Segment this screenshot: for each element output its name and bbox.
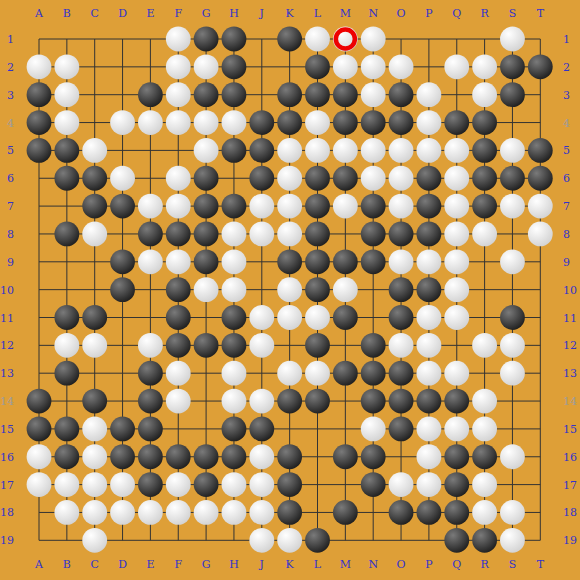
row-label-right-4: 4	[563, 117, 570, 130]
stone-white-K13[interactable]	[277, 361, 302, 386]
stone-black-H1[interactable]	[222, 27, 247, 52]
stone-white-G4[interactable]	[194, 110, 219, 135]
stone-black-O15[interactable]	[389, 417, 414, 442]
col-label-top-D: D	[118, 7, 127, 20]
stone-white-A16[interactable]	[27, 444, 52, 469]
row-label-right-15: 15	[563, 423, 577, 436]
stone-white-F4[interactable]	[166, 110, 191, 135]
stone-black-G17[interactable]	[194, 472, 219, 497]
stone-white-D17[interactable]	[110, 472, 135, 497]
stone-white-M10[interactable]	[333, 277, 358, 302]
col-label-bottom-G: G	[202, 558, 211, 571]
stone-black-E13[interactable]	[138, 361, 163, 386]
stone-black-L14[interactable]	[305, 389, 330, 414]
stone-white-H8[interactable]	[222, 222, 247, 247]
stone-black-S2[interactable]	[500, 54, 525, 79]
stone-black-H16[interactable]	[222, 444, 247, 469]
col-label-top-O: O	[397, 7, 406, 20]
stone-white-P12[interactable]	[417, 333, 442, 358]
stone-white-F6[interactable]	[166, 166, 191, 191]
row-label-right-19: 19	[563, 534, 577, 547]
col-label-bottom-K: K	[286, 558, 295, 571]
row-label-left-17: 17	[0, 479, 14, 492]
stone-white-K7[interactable]	[277, 194, 302, 219]
col-label-top-P: P	[425, 7, 433, 20]
col-label-bottom-L: L	[314, 558, 322, 571]
stone-white-P17[interactable]	[417, 472, 442, 497]
stone-black-P18[interactable]	[417, 500, 442, 525]
stone-black-L9[interactable]	[305, 249, 330, 274]
stone-black-N4[interactable]	[361, 110, 386, 135]
stone-white-F17[interactable]	[166, 472, 191, 497]
stone-black-N9[interactable]	[361, 249, 386, 274]
stone-black-R16[interactable]	[472, 444, 497, 469]
stone-black-H15[interactable]	[222, 417, 247, 442]
stone-white-T7[interactable]	[528, 194, 553, 219]
stone-black-K18[interactable]	[277, 500, 302, 525]
stone-white-R17[interactable]	[472, 472, 497, 497]
stone-white-Q2[interactable]	[444, 54, 469, 79]
stone-black-R5[interactable]	[472, 138, 497, 163]
stone-white-G18[interactable]	[194, 500, 219, 525]
stone-black-P7[interactable]	[417, 194, 442, 219]
stone-white-H18[interactable]	[222, 500, 247, 525]
stone-black-E15[interactable]	[138, 417, 163, 442]
stone-black-G16[interactable]	[194, 444, 219, 469]
stone-black-N16[interactable]	[361, 444, 386, 469]
stone-black-P14[interactable]	[417, 389, 442, 414]
stone-black-A15[interactable]	[27, 417, 52, 442]
stone-black-C7[interactable]	[82, 194, 107, 219]
stone-white-P4[interactable]	[417, 110, 442, 135]
stone-black-L7[interactable]	[305, 194, 330, 219]
row-label-right-13: 13	[563, 367, 577, 380]
stone-white-O2[interactable]	[389, 54, 414, 79]
stone-white-F13[interactable]	[166, 361, 191, 386]
stone-white-F18[interactable]	[166, 500, 191, 525]
stone-black-B13[interactable]	[54, 361, 79, 386]
stone-white-D4[interactable]	[110, 110, 135, 135]
stone-black-H2[interactable]	[222, 54, 247, 79]
stone-black-F11[interactable]	[166, 305, 191, 330]
col-label-bottom-D: D	[118, 558, 127, 571]
stone-black-K16[interactable]	[277, 444, 302, 469]
row-label-right-8: 8	[563, 228, 570, 241]
stone-white-C12[interactable]	[82, 333, 107, 358]
stone-white-K5[interactable]	[277, 138, 302, 163]
stone-white-K11[interactable]	[277, 305, 302, 330]
stone-white-N3[interactable]	[361, 82, 386, 107]
stone-white-Q7[interactable]	[444, 194, 469, 219]
stone-black-H5[interactable]	[222, 138, 247, 163]
stone-black-L8[interactable]	[305, 222, 330, 247]
stone-white-P11[interactable]	[417, 305, 442, 330]
stone-black-C14[interactable]	[82, 389, 107, 414]
col-label-bottom-P: P	[425, 558, 433, 571]
stone-white-E7[interactable]	[138, 194, 163, 219]
stone-black-O8[interactable]	[389, 222, 414, 247]
stone-white-B3[interactable]	[54, 82, 79, 107]
stone-white-S13[interactable]	[500, 361, 525, 386]
stone-black-F16[interactable]	[166, 444, 191, 469]
stone-black-K4[interactable]	[277, 110, 302, 135]
stone-black-Q19[interactable]	[444, 528, 469, 553]
stone-black-G3[interactable]	[194, 82, 219, 107]
stone-white-G10[interactable]	[194, 277, 219, 302]
stone-white-J12[interactable]	[249, 333, 274, 358]
stone-white-S9[interactable]	[500, 249, 525, 274]
stone-black-E16[interactable]	[138, 444, 163, 469]
stone-white-C18[interactable]	[82, 500, 107, 525]
row-label-right-11: 11	[563, 312, 577, 325]
col-label-bottom-B: B	[63, 558, 71, 571]
stone-white-L11[interactable]	[305, 305, 330, 330]
stone-black-O4[interactable]	[389, 110, 414, 135]
stone-black-S6[interactable]	[500, 166, 525, 191]
stone-black-N17[interactable]	[361, 472, 386, 497]
stone-white-F1[interactable]	[166, 27, 191, 52]
stone-white-H17[interactable]	[222, 472, 247, 497]
stone-black-B5[interactable]	[54, 138, 79, 163]
stone-white-S18[interactable]	[500, 500, 525, 525]
stone-black-R19[interactable]	[472, 528, 497, 553]
stone-white-A17[interactable]	[27, 472, 52, 497]
stone-black-Q16[interactable]	[444, 444, 469, 469]
stone-white-H9[interactable]	[222, 249, 247, 274]
row-label-left-10: 10	[0, 284, 14, 297]
stone-white-O12[interactable]	[389, 333, 414, 358]
row-label-left-8: 8	[7, 228, 14, 241]
col-label-top-J: J	[259, 7, 264, 20]
stone-black-M16[interactable]	[333, 444, 358, 469]
stone-black-P10[interactable]	[417, 277, 442, 302]
stone-white-C19[interactable]	[82, 528, 107, 553]
stone-black-O11[interactable]	[389, 305, 414, 330]
stone-white-J7[interactable]	[249, 194, 274, 219]
row-label-left-4: 4	[7, 117, 14, 130]
stone-black-L12[interactable]	[305, 333, 330, 358]
stone-white-P16[interactable]	[417, 444, 442, 469]
stone-white-S16[interactable]	[500, 444, 525, 469]
stone-black-K3[interactable]	[277, 82, 302, 107]
stone-black-M13[interactable]	[333, 361, 358, 386]
row-label-left-15: 15	[0, 423, 14, 436]
stone-white-F14[interactable]	[166, 389, 191, 414]
stone-white-R14[interactable]	[472, 389, 497, 414]
stone-black-K9[interactable]	[277, 249, 302, 274]
stone-black-F10[interactable]	[166, 277, 191, 302]
stone-black-M4[interactable]	[333, 110, 358, 135]
stone-white-O7[interactable]	[389, 194, 414, 219]
stone-white-S7[interactable]	[500, 194, 525, 219]
stone-white-C8[interactable]	[82, 222, 107, 247]
stone-white-J14[interactable]	[249, 389, 274, 414]
stone-black-D16[interactable]	[110, 444, 135, 469]
stone-white-L1[interactable]	[305, 27, 330, 52]
stone-black-B11[interactable]	[54, 305, 79, 330]
stone-white-L5[interactable]	[305, 138, 330, 163]
stone-white-M7[interactable]	[333, 194, 358, 219]
stone-white-F9[interactable]	[166, 249, 191, 274]
stone-black-N8[interactable]	[361, 222, 386, 247]
col-label-bottom-C: C	[90, 558, 98, 571]
stone-black-H11[interactable]	[222, 305, 247, 330]
col-label-bottom-A: A	[34, 558, 44, 571]
stone-black-E8[interactable]	[138, 222, 163, 247]
stone-black-N12[interactable]	[361, 333, 386, 358]
stone-white-E9[interactable]	[138, 249, 163, 274]
stone-black-T6[interactable]	[528, 166, 553, 191]
col-label-bottom-J: J	[259, 558, 264, 571]
row-label-left-19: 19	[0, 534, 14, 547]
stone-black-D7[interactable]	[110, 194, 135, 219]
stone-black-R4[interactable]	[472, 110, 497, 135]
stone-white-O9[interactable]	[389, 249, 414, 274]
stone-black-S3[interactable]	[500, 82, 525, 107]
stone-white-J18[interactable]	[249, 500, 274, 525]
col-label-top-G: G	[202, 7, 211, 20]
stone-black-Q17[interactable]	[444, 472, 469, 497]
stone-black-L2[interactable]	[305, 54, 330, 79]
row-label-right-10: 10	[563, 284, 577, 297]
go-board[interactable]: AABBCCDDEEFFGGHHJJKKLLMMNNOOPPQQRRSSTT11…	[0, 0, 580, 580]
stone-white-K10[interactable]	[277, 277, 302, 302]
stone-white-N5[interactable]	[361, 138, 386, 163]
stone-white-M5[interactable]	[333, 138, 358, 163]
stone-white-Q6[interactable]	[444, 166, 469, 191]
stone-black-M9[interactable]	[333, 249, 358, 274]
stone-white-B18[interactable]	[54, 500, 79, 525]
stone-white-Q8[interactable]	[444, 222, 469, 247]
stone-black-L10[interactable]	[305, 277, 330, 302]
stone-white-D18[interactable]	[110, 500, 135, 525]
stone-white-E18[interactable]	[138, 500, 163, 525]
stone-white-C17[interactable]	[82, 472, 107, 497]
col-label-bottom-R: R	[480, 558, 489, 571]
row-label-left-11: 11	[0, 312, 14, 325]
stone-black-A4[interactable]	[27, 110, 52, 135]
col-label-bottom-H: H	[229, 558, 239, 571]
stone-white-C16[interactable]	[82, 444, 107, 469]
stone-black-A5[interactable]	[27, 138, 52, 163]
stone-black-R7[interactable]	[472, 194, 497, 219]
stone-black-Q18[interactable]	[444, 500, 469, 525]
stone-black-L19[interactable]	[305, 528, 330, 553]
stone-white-N2[interactable]	[361, 54, 386, 79]
stone-black-G1[interactable]	[194, 27, 219, 52]
stone-white-H10[interactable]	[222, 277, 247, 302]
stone-white-R2[interactable]	[472, 54, 497, 79]
stone-white-H4[interactable]	[222, 110, 247, 135]
stone-white-D6[interactable]	[110, 166, 135, 191]
stone-black-G12[interactable]	[194, 333, 219, 358]
stone-white-P15[interactable]	[417, 417, 442, 442]
stone-white-G5[interactable]	[194, 138, 219, 163]
stone-black-J5[interactable]	[249, 138, 274, 163]
stone-white-O6[interactable]	[389, 166, 414, 191]
stone-white-J16[interactable]	[249, 444, 274, 469]
stone-white-K19[interactable]	[277, 528, 302, 553]
stone-white-B2[interactable]	[54, 54, 79, 79]
stone-white-O17[interactable]	[389, 472, 414, 497]
stone-black-G9[interactable]	[194, 249, 219, 274]
stone-black-Q14[interactable]	[444, 389, 469, 414]
stone-white-O5[interactable]	[389, 138, 414, 163]
stone-black-P8[interactable]	[417, 222, 442, 247]
stone-black-R6[interactable]	[472, 166, 497, 191]
stone-black-O3[interactable]	[389, 82, 414, 107]
stone-black-L6[interactable]	[305, 166, 330, 191]
stone-black-K1[interactable]	[277, 27, 302, 52]
stone-black-B16[interactable]	[54, 444, 79, 469]
stone-black-D10[interactable]	[110, 277, 135, 302]
row-label-right-14: 14	[563, 395, 577, 408]
col-label-bottom-F: F	[174, 558, 182, 571]
stone-black-H12[interactable]	[222, 333, 247, 358]
stone-black-J6[interactable]	[249, 166, 274, 191]
stone-black-J4[interactable]	[249, 110, 274, 135]
stone-black-S11[interactable]	[500, 305, 525, 330]
row-label-right-5: 5	[563, 144, 570, 157]
stone-white-R15[interactable]	[472, 417, 497, 442]
stone-black-Q4[interactable]	[444, 110, 469, 135]
stone-white-P9[interactable]	[417, 249, 442, 274]
stone-black-M11[interactable]	[333, 305, 358, 330]
stone-black-F8[interactable]	[166, 222, 191, 247]
stone-white-T8[interactable]	[528, 222, 553, 247]
board-grid[interactable]: AABBCCDDEEFFGGHHJJKKLLMMNNOOPPQQRRSSTT11…	[0, 0, 580, 580]
stone-black-M3[interactable]	[333, 82, 358, 107]
stone-white-E12[interactable]	[138, 333, 163, 358]
stone-black-D15[interactable]	[110, 417, 135, 442]
stone-black-K17[interactable]	[277, 472, 302, 497]
row-label-left-6: 6	[7, 172, 14, 185]
stone-black-D9[interactable]	[110, 249, 135, 274]
stone-white-G2[interactable]	[194, 54, 219, 79]
row-label-left-9: 9	[7, 256, 14, 269]
stone-white-S5[interactable]	[500, 138, 525, 163]
row-label-right-2: 2	[563, 61, 570, 74]
stone-white-R12[interactable]	[472, 333, 497, 358]
stone-black-O10[interactable]	[389, 277, 414, 302]
stone-black-E17[interactable]	[138, 472, 163, 497]
stone-white-L4[interactable]	[305, 110, 330, 135]
stone-black-A14[interactable]	[27, 389, 52, 414]
stone-black-N13[interactable]	[361, 361, 386, 386]
stone-white-B4[interactable]	[54, 110, 79, 135]
stone-white-F3[interactable]	[166, 82, 191, 107]
stone-black-M6[interactable]	[333, 166, 358, 191]
stone-white-L13[interactable]	[305, 361, 330, 386]
stone-white-Q5[interactable]	[444, 138, 469, 163]
stone-white-E4[interactable]	[138, 110, 163, 135]
col-label-bottom-O: O	[397, 558, 406, 571]
stone-black-E14[interactable]	[138, 389, 163, 414]
stone-white-J11[interactable]	[249, 305, 274, 330]
stone-white-N6[interactable]	[361, 166, 386, 191]
row-label-right-7: 7	[563, 200, 570, 213]
stone-black-P6[interactable]	[417, 166, 442, 191]
stone-black-B8[interactable]	[54, 222, 79, 247]
stone-black-B15[interactable]	[54, 417, 79, 442]
stone-white-P5[interactable]	[417, 138, 442, 163]
stone-black-L3[interactable]	[305, 82, 330, 107]
stone-white-F2[interactable]	[166, 54, 191, 79]
stone-white-R18[interactable]	[472, 500, 497, 525]
row-label-left-7: 7	[7, 200, 14, 213]
stone-black-E3[interactable]	[138, 82, 163, 107]
stone-white-P13[interactable]	[417, 361, 442, 386]
stone-white-Q13[interactable]	[444, 361, 469, 386]
stone-white-B17[interactable]	[54, 472, 79, 497]
stone-white-S12[interactable]	[500, 333, 525, 358]
stone-white-B12[interactable]	[54, 333, 79, 358]
stone-white-H13[interactable]	[222, 361, 247, 386]
row-label-right-16: 16	[563, 451, 577, 464]
stone-white-R3[interactable]	[472, 82, 497, 107]
stone-black-G6[interactable]	[194, 166, 219, 191]
stone-black-G7[interactable]	[194, 194, 219, 219]
stone-white-P3[interactable]	[417, 82, 442, 107]
stone-white-M2[interactable]	[333, 54, 358, 79]
stone-white-S19[interactable]	[500, 528, 525, 553]
stone-white-N1[interactable]	[361, 27, 386, 52]
stone-black-A3[interactable]	[27, 82, 52, 107]
stone-black-B6[interactable]	[54, 166, 79, 191]
row-label-left-1: 1	[7, 33, 14, 46]
col-label-top-S: S	[509, 7, 517, 20]
col-label-bottom-Q: Q	[452, 558, 461, 571]
col-label-top-L: L	[314, 7, 322, 20]
stone-black-O13[interactable]	[389, 361, 414, 386]
stone-black-C11[interactable]	[82, 305, 107, 330]
stone-black-T5[interactable]	[528, 138, 553, 163]
stone-black-O14[interactable]	[389, 389, 414, 414]
stone-white-A2[interactable]	[27, 54, 52, 79]
stone-white-Q10[interactable]	[444, 277, 469, 302]
stone-black-N7[interactable]	[361, 194, 386, 219]
stone-black-K14[interactable]	[277, 389, 302, 414]
stone-white-J17[interactable]	[249, 472, 274, 497]
stone-white-K6[interactable]	[277, 166, 302, 191]
row-label-right-1: 1	[563, 33, 570, 46]
col-label-top-E: E	[146, 7, 154, 20]
stone-white-C15[interactable]	[82, 417, 107, 442]
stone-black-N14[interactable]	[361, 389, 386, 414]
stone-white-K8[interactable]	[277, 222, 302, 247]
stone-white-N15[interactable]	[361, 417, 386, 442]
stone-black-H3[interactable]	[222, 82, 247, 107]
stone-black-O18[interactable]	[389, 500, 414, 525]
stone-black-F12[interactable]	[166, 333, 191, 358]
stone-white-Q9[interactable]	[444, 249, 469, 274]
stone-white-J19[interactable]	[249, 528, 274, 553]
stone-black-G8[interactable]	[194, 222, 219, 247]
stone-white-Q11[interactable]	[444, 305, 469, 330]
stone-black-J15[interactable]	[249, 417, 274, 442]
stone-white-J8[interactable]	[249, 222, 274, 247]
stone-black-H7[interactable]	[222, 194, 247, 219]
stone-black-M18[interactable]	[333, 500, 358, 525]
stone-black-T2[interactable]	[528, 54, 553, 79]
stone-white-H14[interactable]	[222, 389, 247, 414]
stone-white-R8[interactable]	[472, 222, 497, 247]
stone-white-Q15[interactable]	[444, 417, 469, 442]
stone-white-S1[interactable]	[500, 27, 525, 52]
stone-white-C5[interactable]	[82, 138, 107, 163]
stone-black-C6[interactable]	[82, 166, 107, 191]
stone-white-F7[interactable]	[166, 194, 191, 219]
